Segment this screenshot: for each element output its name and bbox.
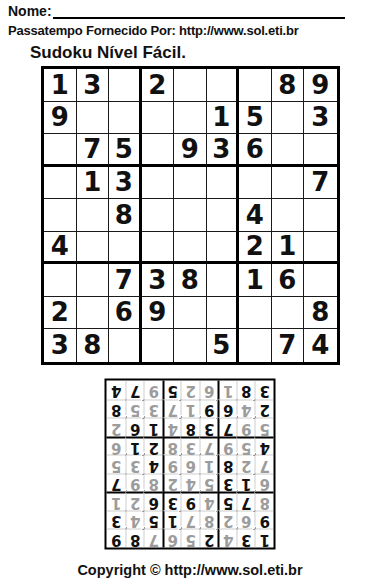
puzzle-cell-r7c8: 6 bbox=[272, 264, 305, 297]
puzzle-cell-r8c9: 8 bbox=[304, 297, 337, 330]
puzzle-cell-r5c2 bbox=[77, 199, 110, 232]
puzzle-cell-r5c7: 4 bbox=[239, 199, 272, 232]
solution-cell-r5c2: 2 bbox=[237, 455, 256, 474]
puzzle-cell-r7c3: 7 bbox=[109, 264, 142, 297]
puzzle-cell-r5c9 bbox=[304, 199, 337, 232]
puzzle-cell-r9c8: 7 bbox=[272, 329, 305, 362]
name-row: Nome: bbox=[8, 2, 345, 19]
solution-cell-r5c4: 1 bbox=[200, 455, 219, 474]
solution-cell-r9c5: 2 bbox=[181, 381, 200, 400]
puzzle-cell-r6c5 bbox=[174, 232, 207, 265]
solution-cell-r1c5: 5 bbox=[181, 529, 200, 548]
puzzle-cell-r7c6 bbox=[207, 264, 240, 297]
puzzle-cell-r1c1: 1 bbox=[44, 69, 77, 102]
solution-cell-r9c7: 9 bbox=[144, 381, 163, 400]
puzzle-cell-r6c1: 4 bbox=[44, 232, 77, 265]
name-fill-line bbox=[53, 4, 345, 19]
puzzle-cell-r7c5: 8 bbox=[174, 264, 207, 297]
puzzle-cell-r4c8 bbox=[272, 167, 305, 200]
puzzle-cell-r9c1: 3 bbox=[44, 329, 77, 362]
solution-cell-r6c6: 8 bbox=[163, 436, 182, 455]
puzzle-cell-r3c6: 3 bbox=[207, 134, 240, 167]
puzzle-cell-r1c8: 8 bbox=[272, 69, 305, 102]
puzzle-cell-r3c9 bbox=[304, 134, 337, 167]
solution-cell-r7c4: 3 bbox=[200, 418, 219, 437]
solution-cell-r8c1: 2 bbox=[255, 399, 274, 418]
puzzle-cell-r7c7: 1 bbox=[239, 264, 272, 297]
puzzle-cell-r5c4 bbox=[142, 199, 175, 232]
provider-text: Passatempo Fornecido Por: http://www.sol… bbox=[8, 23, 380, 38]
puzzle-cell-r6c9 bbox=[304, 232, 337, 265]
puzzle-cell-r2c1: 9 bbox=[44, 102, 77, 135]
puzzle-cell-r8c8 bbox=[272, 297, 305, 330]
puzzle-cell-r3c1 bbox=[44, 134, 77, 167]
solution-cell-r5c6: 9 bbox=[163, 455, 182, 474]
puzzle-cell-r8c5 bbox=[174, 297, 207, 330]
puzzle-cell-r9c5 bbox=[174, 329, 207, 362]
puzzle-cell-r4c7 bbox=[239, 167, 272, 200]
solution-cell-r6c2: 5 bbox=[237, 436, 256, 455]
solution-cell-r1c6: 6 bbox=[163, 529, 182, 548]
puzzle-cell-r2c6: 1 bbox=[207, 102, 240, 135]
solution-cell-r2c3: 2 bbox=[218, 510, 237, 529]
solution-cell-r7c1: 5 bbox=[255, 418, 274, 437]
solution-cell-r3c3: 5 bbox=[218, 492, 237, 511]
solution-cell-r1c1: 1 bbox=[255, 529, 274, 548]
puzzle-cell-r5c5 bbox=[174, 199, 207, 232]
puzzle-cell-r2c7: 5 bbox=[239, 102, 272, 135]
solution-cell-r2c8: 4 bbox=[126, 510, 145, 529]
name-label: Nome: bbox=[8, 3, 52, 19]
solution-cell-r2c2: 6 bbox=[237, 510, 256, 529]
solution-cell-r1c8: 8 bbox=[126, 529, 145, 548]
solution-cell-r7c5: 8 bbox=[181, 418, 200, 437]
puzzle-cell-r3c5: 9 bbox=[174, 134, 207, 167]
puzzle-cell-r1c6 bbox=[207, 69, 240, 102]
puzzle-cell-r4c9: 7 bbox=[304, 167, 337, 200]
puzzle-cell-r7c1 bbox=[44, 264, 77, 297]
solution-cell-r8c8: 5 bbox=[126, 399, 145, 418]
puzzle-grid: 132899153759361378442173816269838574 bbox=[41, 66, 340, 365]
puzzle-cell-r2c3 bbox=[109, 102, 142, 135]
solution-cell-r6c4: 7 bbox=[200, 436, 219, 455]
puzzle-cell-r1c3 bbox=[109, 69, 142, 102]
solution-cell-r2c1: 9 bbox=[255, 510, 274, 529]
solution-grid: 1342567899628715438754936216135428977281… bbox=[105, 379, 276, 550]
puzzle-cell-r6c6 bbox=[207, 232, 240, 265]
puzzle-cell-r3c3: 5 bbox=[109, 134, 142, 167]
worksheet-page: Nome: Passatempo Fornecido Por: http://w… bbox=[0, 0, 380, 579]
solution-cell-r6c8: 1 bbox=[126, 436, 145, 455]
puzzle-cell-r1c5 bbox=[174, 69, 207, 102]
solution-cell-r3c4: 4 bbox=[200, 492, 219, 511]
puzzle-cell-r6c2 bbox=[77, 232, 110, 265]
puzzle-cell-r9c2: 8 bbox=[77, 329, 110, 362]
solution-cell-r3c9: 1 bbox=[107, 492, 126, 511]
puzzle-cell-r6c4 bbox=[142, 232, 175, 265]
solution-cell-r2c9: 3 bbox=[107, 510, 126, 529]
solution-cell-r1c4: 2 bbox=[200, 529, 219, 548]
solution-cell-r5c5: 6 bbox=[181, 455, 200, 474]
solution-cell-r2c5: 7 bbox=[181, 510, 200, 529]
solution-cell-r4c7: 8 bbox=[144, 473, 163, 492]
solution-cell-r8c4: 9 bbox=[200, 399, 219, 418]
solution-cell-r5c1: 7 bbox=[255, 455, 274, 474]
solution-cell-r9c3: 1 bbox=[218, 381, 237, 400]
solution-cell-r3c1: 8 bbox=[255, 492, 274, 511]
puzzle-cell-r2c4 bbox=[142, 102, 175, 135]
solution-cell-r8c9: 8 bbox=[107, 399, 126, 418]
solution-cell-r4c4: 5 bbox=[200, 473, 219, 492]
solution-cell-r6c7: 2 bbox=[144, 436, 163, 455]
solution-cell-r6c5: 3 bbox=[181, 436, 200, 455]
solution-cell-r7c2: 9 bbox=[237, 418, 256, 437]
puzzle-cell-r3c8 bbox=[272, 134, 305, 167]
solution-cell-r4c6: 2 bbox=[163, 473, 182, 492]
solution-cell-r6c1: 4 bbox=[255, 436, 274, 455]
solution-cell-r8c2: 4 bbox=[237, 399, 256, 418]
solution-cell-r9c8: 7 bbox=[126, 381, 145, 400]
solution-cell-r4c8: 9 bbox=[126, 473, 145, 492]
solution-cell-r9c1: 3 bbox=[255, 381, 274, 400]
puzzle-cell-r9c3 bbox=[109, 329, 142, 362]
puzzle-cell-r4c2: 1 bbox=[77, 167, 110, 200]
solution-cell-r1c9: 9 bbox=[107, 529, 126, 548]
puzzle-cell-r6c3 bbox=[109, 232, 142, 265]
solution-cell-r5c9: 5 bbox=[107, 455, 126, 474]
solution-cell-r8c7: 3 bbox=[144, 399, 163, 418]
solution-cell-r7c3: 7 bbox=[218, 418, 237, 437]
puzzle-cell-r8c6 bbox=[207, 297, 240, 330]
solution-cell-r4c5: 4 bbox=[181, 473, 200, 492]
copyright-text: Copyright © http://www.sol.eti.br bbox=[0, 562, 380, 579]
puzzle-cell-r7c2 bbox=[77, 264, 110, 297]
solution-grid-wrap: 1342567899628715438754936216135428977281… bbox=[105, 379, 276, 550]
puzzle-cell-r8c1: 2 bbox=[44, 297, 77, 330]
solution-cell-r3c2: 7 bbox=[237, 492, 256, 511]
solution-cell-r8c5: 1 bbox=[181, 399, 200, 418]
solution-cell-r3c6: 3 bbox=[163, 492, 182, 511]
puzzle-cell-r1c2: 3 bbox=[77, 69, 110, 102]
puzzle-cell-r9c4 bbox=[142, 329, 175, 362]
puzzle-cell-r6c7: 2 bbox=[239, 232, 272, 265]
puzzle-cell-r1c9: 9 bbox=[304, 69, 337, 102]
puzzle-cell-r6c8: 1 bbox=[272, 232, 305, 265]
solution-cell-r9c4: 6 bbox=[200, 381, 219, 400]
puzzle-cell-r8c7 bbox=[239, 297, 272, 330]
solution-cell-r8c3: 6 bbox=[218, 399, 237, 418]
solution-cell-r7c6: 4 bbox=[163, 418, 182, 437]
solution-cell-r9c2: 8 bbox=[237, 381, 256, 400]
solution-cell-r5c3: 8 bbox=[218, 455, 237, 474]
solution-cell-r4c2: 1 bbox=[237, 473, 256, 492]
puzzle-cell-r4c1 bbox=[44, 167, 77, 200]
puzzle-cell-r8c2 bbox=[77, 297, 110, 330]
solution-cell-r8c6: 7 bbox=[163, 399, 182, 418]
solution-cell-r1c3: 4 bbox=[218, 529, 237, 548]
puzzle-cell-r3c7: 6 bbox=[239, 134, 272, 167]
puzzle-cell-r1c4: 2 bbox=[142, 69, 175, 102]
puzzle-cell-r2c2 bbox=[77, 102, 110, 135]
solution-cell-r4c3: 3 bbox=[218, 473, 237, 492]
puzzle-cell-r4c6 bbox=[207, 167, 240, 200]
solution-cell-r7c7: 1 bbox=[144, 418, 163, 437]
solution-cell-r4c1: 6 bbox=[255, 473, 274, 492]
solution-cell-r3c8: 2 bbox=[126, 492, 145, 511]
solution-cell-r2c7: 5 bbox=[144, 510, 163, 529]
solution-cell-r5c7: 4 bbox=[144, 455, 163, 474]
puzzle-cell-r4c4 bbox=[142, 167, 175, 200]
puzzle-cell-r5c1 bbox=[44, 199, 77, 232]
puzzle-cell-r2c8 bbox=[272, 102, 305, 135]
solution-cell-r6c9: 6 bbox=[107, 436, 126, 455]
solution-cell-r9c6: 5 bbox=[163, 381, 182, 400]
puzzle-cell-r5c3: 8 bbox=[109, 199, 142, 232]
page-title: Sudoku Nível Fácil. bbox=[30, 43, 380, 62]
puzzle-cell-r8c4: 9 bbox=[142, 297, 175, 330]
puzzle-cell-r9c6: 5 bbox=[207, 329, 240, 362]
solution-cell-r9c9: 4 bbox=[107, 381, 126, 400]
solution-cell-r3c7: 6 bbox=[144, 492, 163, 511]
puzzle-cell-r5c6 bbox=[207, 199, 240, 232]
puzzle-cell-r2c9: 3 bbox=[304, 102, 337, 135]
puzzle-cell-r1c7 bbox=[239, 69, 272, 102]
puzzle-cell-r3c2: 7 bbox=[77, 134, 110, 167]
solution-cell-r7c9: 2 bbox=[107, 418, 126, 437]
puzzle-cell-r7c9 bbox=[304, 264, 337, 297]
puzzle-cell-r5c8 bbox=[272, 199, 305, 232]
puzzle-cell-r9c7 bbox=[239, 329, 272, 362]
solution-cell-r3c5: 9 bbox=[181, 492, 200, 511]
puzzle-cell-r3c4 bbox=[142, 134, 175, 167]
solution-cell-r1c2: 3 bbox=[237, 529, 256, 548]
solution-cell-r5c8: 3 bbox=[126, 455, 145, 474]
solution-cell-r7c8: 6 bbox=[126, 418, 145, 437]
puzzle-cell-r4c3: 3 bbox=[109, 167, 142, 200]
solution-cell-r6c3: 9 bbox=[218, 436, 237, 455]
puzzle-cell-r2c5 bbox=[174, 102, 207, 135]
puzzle-cell-r9c9: 4 bbox=[304, 329, 337, 362]
solution-cell-r2c4: 8 bbox=[200, 510, 219, 529]
puzzle-cell-r7c4: 3 bbox=[142, 264, 175, 297]
solution-cell-r2c6: 1 bbox=[163, 510, 182, 529]
solution-cell-r1c7: 7 bbox=[144, 529, 163, 548]
puzzle-cell-r4c5 bbox=[174, 167, 207, 200]
solution-cell-r4c9: 7 bbox=[107, 473, 126, 492]
puzzle-cell-r8c3: 6 bbox=[109, 297, 142, 330]
